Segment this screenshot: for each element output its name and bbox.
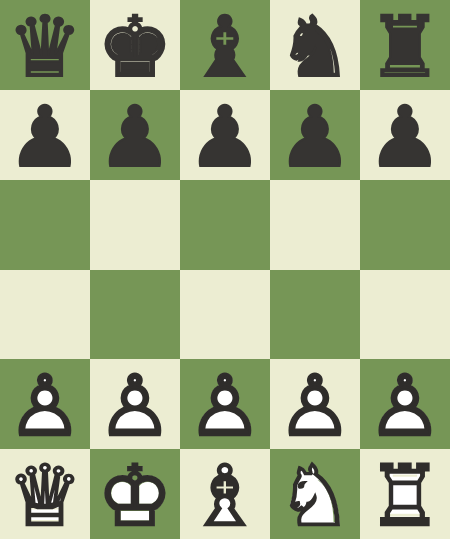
square-d3[interactable] <box>270 270 360 360</box>
piece-black-king[interactable]: ♚ <box>90 0 180 90</box>
square-b6[interactable]: ♚ <box>90 0 180 90</box>
black-bishop-fill-glyph: ♝ <box>180 2 270 92</box>
piece-black-queen[interactable]: ♛ <box>0 0 90 90</box>
square-b1[interactable]: ♚♔ <box>90 449 180 539</box>
square-c5[interactable]: ♟ <box>180 90 270 180</box>
black-pawn-fill-glyph: ♟ <box>180 92 270 182</box>
square-a3[interactable] <box>0 270 90 360</box>
piece-black-pawn[interactable]: ♟ <box>90 90 180 180</box>
white-king-outline-glyph: ♔ <box>90 451 180 539</box>
square-e5[interactable]: ♟ <box>360 90 450 180</box>
piece-black-pawn[interactable]: ♟ <box>270 90 360 180</box>
square-a6[interactable]: ♛ <box>0 0 90 90</box>
square-c1[interactable]: ♝♗ <box>180 449 270 539</box>
square-d5[interactable]: ♟ <box>270 90 360 180</box>
square-b2[interactable]: ♟♙ <box>90 359 180 449</box>
square-a5[interactable]: ♟ <box>0 90 90 180</box>
piece-white-queen[interactable]: ♛♕ <box>0 449 90 539</box>
black-pawn-fill-glyph: ♟ <box>270 92 360 182</box>
black-pawn-fill-glyph: ♟ <box>0 92 90 182</box>
piece-white-rook[interactable]: ♜♖ <box>360 449 450 539</box>
square-e1[interactable]: ♜♖ <box>360 449 450 539</box>
piece-white-pawn[interactable]: ♟♙ <box>180 359 270 449</box>
piece-white-king[interactable]: ♚♔ <box>90 449 180 539</box>
piece-white-bishop[interactable]: ♝♗ <box>180 449 270 539</box>
black-rook-fill-glyph: ♜ <box>360 2 450 92</box>
white-knight-outline-glyph: ♘ <box>270 451 360 539</box>
black-king-fill-glyph: ♚ <box>90 2 180 92</box>
piece-black-bishop[interactable]: ♝ <box>180 0 270 90</box>
square-c6[interactable]: ♝ <box>180 0 270 90</box>
square-d4[interactable] <box>270 180 360 270</box>
piece-white-pawn[interactable]: ♟♙ <box>270 359 360 449</box>
white-pawn-outline-glyph: ♙ <box>360 361 450 451</box>
white-pawn-outline-glyph: ♙ <box>90 361 180 451</box>
piece-white-knight[interactable]: ♞♘ <box>270 449 360 539</box>
square-c4[interactable] <box>180 180 270 270</box>
piece-black-pawn[interactable]: ♟ <box>0 90 90 180</box>
square-a2[interactable]: ♟♙ <box>0 359 90 449</box>
black-pawn-fill-glyph: ♟ <box>90 92 180 182</box>
piece-white-pawn[interactable]: ♟♙ <box>90 359 180 449</box>
square-d1[interactable]: ♞♘ <box>270 449 360 539</box>
square-e6[interactable]: ♜ <box>360 0 450 90</box>
piece-black-knight[interactable]: ♞ <box>270 0 360 90</box>
white-pawn-outline-glyph: ♙ <box>270 361 360 451</box>
piece-black-rook[interactable]: ♜ <box>360 0 450 90</box>
black-pawn-fill-glyph: ♟ <box>360 92 450 182</box>
square-a1[interactable]: ♛♕ <box>0 449 90 539</box>
piece-black-pawn[interactable]: ♟ <box>180 90 270 180</box>
piece-black-pawn[interactable]: ♟ <box>360 90 450 180</box>
chess-board: ♛♚♝♞♜♟♟♟♟♟♟♙♟♙♟♙♟♙♟♙♛♕♚♔♝♗♞♘♜♖ <box>0 0 450 539</box>
square-a4[interactable] <box>0 180 90 270</box>
white-bishop-outline-glyph: ♗ <box>180 451 270 539</box>
square-e2[interactable]: ♟♙ <box>360 359 450 449</box>
square-c2[interactable]: ♟♙ <box>180 359 270 449</box>
square-b4[interactable] <box>90 180 180 270</box>
square-d6[interactable]: ♞ <box>270 0 360 90</box>
piece-white-pawn[interactable]: ♟♙ <box>360 359 450 449</box>
black-queen-fill-glyph: ♛ <box>0 2 90 92</box>
square-e3[interactable] <box>360 270 450 360</box>
white-pawn-outline-glyph: ♙ <box>180 361 270 451</box>
square-e4[interactable] <box>360 180 450 270</box>
piece-white-pawn[interactable]: ♟♙ <box>0 359 90 449</box>
square-b3[interactable] <box>90 270 180 360</box>
white-rook-outline-glyph: ♖ <box>360 451 450 539</box>
square-c3[interactable] <box>180 270 270 360</box>
white-pawn-outline-glyph: ♙ <box>0 361 90 451</box>
square-d2[interactable]: ♟♙ <box>270 359 360 449</box>
black-knight-fill-glyph: ♞ <box>270 2 360 92</box>
white-queen-outline-glyph: ♕ <box>0 451 90 539</box>
square-b5[interactable]: ♟ <box>90 90 180 180</box>
